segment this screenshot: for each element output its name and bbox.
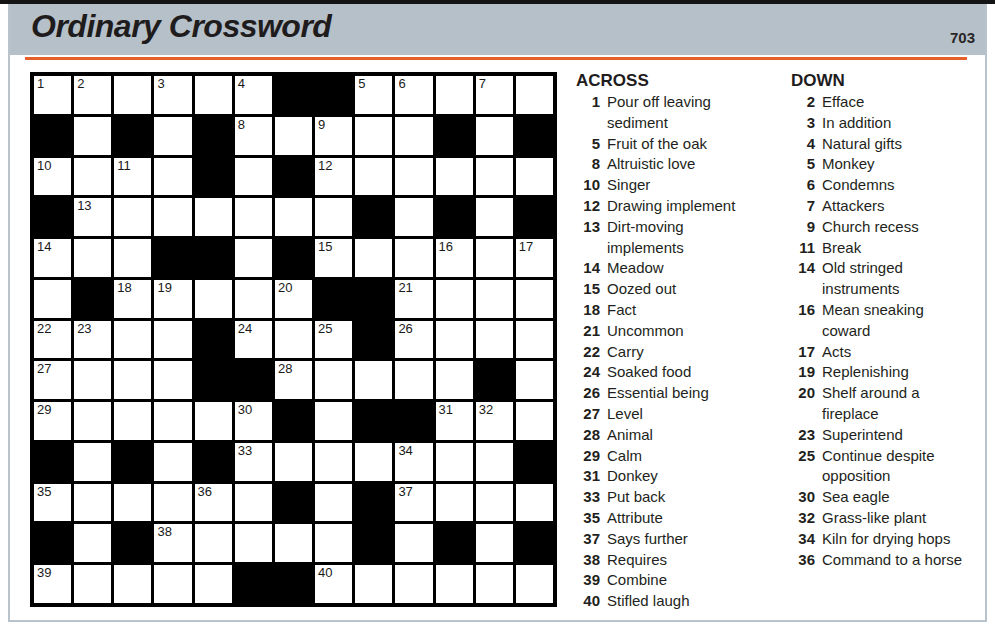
across-clue: 22Carry <box>576 342 781 363</box>
grid-cell[interactable] <box>476 321 513 359</box>
grid-cell[interactable]: 26 <box>395 321 432 359</box>
down-clue: 7Attackers <box>791 196 995 217</box>
grid-cell[interactable] <box>154 565 191 603</box>
grid-cell[interactable] <box>476 524 513 562</box>
clue-text: Fact <box>607 300 759 321</box>
across-heading: ACROSS <box>576 70 781 91</box>
grid-cell[interactable]: 5 <box>355 76 392 114</box>
cell-number: 18 <box>117 281 131 295</box>
grid-cell[interactable] <box>516 565 553 603</box>
grid-cell[interactable]: 3 <box>154 76 191 114</box>
grid-cell[interactable]: 11 <box>114 158 151 196</box>
grid-cell[interactable] <box>395 239 432 277</box>
across-clue: 10Singer <box>576 175 781 196</box>
black-cell <box>436 524 473 562</box>
grid-cell[interactable] <box>235 158 272 196</box>
clue-text: Stifled laugh <box>607 591 759 612</box>
clue-text: Efface <box>822 92 974 113</box>
cell-number: 16 <box>439 240 453 254</box>
grid-cell[interactable]: 34 <box>395 443 432 481</box>
grid-cell[interactable] <box>195 280 232 318</box>
cell-number: 17 <box>519 240 533 254</box>
clue-text: Grass-like plant <box>822 508 974 529</box>
across-clue: 28Animal <box>576 425 781 446</box>
across-clue: 39Combine <box>576 570 781 591</box>
clue-number: 1 <box>576 92 600 113</box>
grid-cell[interactable] <box>235 239 272 277</box>
clue-text: Dirt-moving implements <box>607 217 759 259</box>
black-cell <box>516 524 553 562</box>
clue-text: Pour off leaving sediment <box>607 92 759 134</box>
down-clue: 2Efface <box>791 92 995 113</box>
across-clue: 31Donkey <box>576 466 781 487</box>
grid-cell[interactable]: 8 <box>235 117 272 155</box>
grid-cell[interactable]: 17 <box>516 239 553 277</box>
clue-text: Donkey <box>607 466 759 487</box>
grid-cell[interactable] <box>154 321 191 359</box>
grid-cell[interactable]: 22 <box>34 321 71 359</box>
grid-cell[interactable] <box>395 198 432 236</box>
grid-cell[interactable] <box>154 402 191 440</box>
cell-number: 4 <box>238 77 245 91</box>
grid-cell[interactable]: 14 <box>34 239 71 277</box>
cell-number: 26 <box>398 322 412 336</box>
clue-text: Replenishing <box>822 362 974 383</box>
clue-number: 12 <box>576 196 600 217</box>
across-clue: 14Meadow <box>576 258 781 279</box>
clue-text: Meadow <box>607 258 759 279</box>
black-cell <box>476 361 513 399</box>
grid-cell[interactable] <box>275 198 312 236</box>
black-cell <box>355 280 392 318</box>
down-clues: 2Efface3In addition4Natural gifts5Monkey… <box>791 92 995 570</box>
down-clue-list: DOWN 2Efface3In addition4Natural gifts5M… <box>791 70 995 570</box>
grid-cell[interactable]: 16 <box>436 239 473 277</box>
grid-cell[interactable] <box>516 361 553 399</box>
cell-number: 21 <box>398 281 412 295</box>
grid-cell[interactable] <box>436 565 473 603</box>
clue-text: Essential being <box>607 383 759 404</box>
black-cell <box>235 361 272 399</box>
cell-number: 39 <box>37 566 51 580</box>
down-clue: 17Acts <box>791 342 995 363</box>
cell-number: 28 <box>278 362 292 376</box>
cell-number: 23 <box>77 322 91 336</box>
grid-cell[interactable]: 31 <box>436 402 473 440</box>
black-cell <box>516 198 553 236</box>
grid-cell[interactable]: 7 <box>476 76 513 114</box>
clue-text: Put back <box>607 487 759 508</box>
clue-number: 27 <box>576 404 600 425</box>
across-clue: 5Fruit of the oak <box>576 134 781 155</box>
grid-cell[interactable]: 2 <box>74 76 111 114</box>
clue-text: Level <box>607 404 759 425</box>
black-cell <box>355 402 392 440</box>
grid-cell[interactable] <box>275 117 312 155</box>
grid-cell[interactable] <box>154 361 191 399</box>
clue-number: 3 <box>791 113 815 134</box>
clue-number: 35 <box>576 508 600 529</box>
clue-number: 25 <box>791 446 815 467</box>
clue-number: 8 <box>576 154 600 175</box>
grid-cell[interactable] <box>436 321 473 359</box>
grid-cell[interactable] <box>114 321 151 359</box>
cell-number: 15 <box>318 240 332 254</box>
grid-cell[interactable] <box>476 280 513 318</box>
cell-number: 38 <box>157 525 171 539</box>
clue-text: Continue despite opposition <box>822 446 974 488</box>
down-clue: 3In addition <box>791 113 995 134</box>
clue-text: Old stringed instruments <box>822 258 974 300</box>
clue-number: 31 <box>576 466 600 487</box>
clue-number: 5 <box>791 154 815 175</box>
grid-cell[interactable] <box>195 76 232 114</box>
grid-cell[interactable]: 20 <box>275 280 312 318</box>
cell-number: 40 <box>318 566 332 580</box>
clue-text: Animal <box>607 425 759 446</box>
clue-text: Acts <box>822 342 974 363</box>
clue-text: Mean sneaking coward <box>822 300 974 342</box>
clue-number: 15 <box>576 279 600 300</box>
grid-cell[interactable] <box>436 361 473 399</box>
clue-text: Attribute <box>607 508 759 529</box>
grid-cell[interactable]: 37 <box>395 484 432 522</box>
grid-cell[interactable]: 25 <box>315 321 352 359</box>
clue-text: Kiln for drying hops <box>822 529 974 550</box>
grid-cell[interactable] <box>355 117 392 155</box>
clue-text: Combine <box>607 570 759 591</box>
grid-cell[interactable] <box>235 524 272 562</box>
grid-cell[interactable] <box>476 117 513 155</box>
grid-cell[interactable] <box>476 565 513 603</box>
grid-cell[interactable] <box>74 239 111 277</box>
grid-cell[interactable] <box>154 198 191 236</box>
clue-number: 7 <box>791 196 815 217</box>
down-clue: 36Command to a horse <box>791 550 995 571</box>
cell-number: 27 <box>37 362 51 376</box>
black-cell <box>74 280 111 318</box>
grid-cell[interactable]: 10 <box>34 158 71 196</box>
grid-cell[interactable] <box>436 158 473 196</box>
cell-number: 22 <box>37 322 51 336</box>
grid-cell[interactable] <box>395 117 432 155</box>
grid-cell[interactable] <box>275 524 312 562</box>
across-clue: 33Put back <box>576 487 781 508</box>
grid-cell[interactable] <box>74 484 111 522</box>
down-clue: 14Old stringed instruments <box>791 258 995 300</box>
grid-cell[interactable] <box>476 239 513 277</box>
cell-number: 37 <box>398 485 412 499</box>
clue-text: Monkey <box>822 154 974 175</box>
black-cell <box>315 76 352 114</box>
across-clue: 13Dirt-moving implements <box>576 217 781 259</box>
black-cell <box>275 402 312 440</box>
grid-cell[interactable] <box>74 361 111 399</box>
grid-cell[interactable] <box>315 443 352 481</box>
clue-text: Natural gifts <box>822 134 974 155</box>
grid-cell[interactable]: 40 <box>315 565 352 603</box>
clue-number: 21 <box>576 321 600 342</box>
grid-cell[interactable]: 21 <box>395 280 432 318</box>
cell-number: 20 <box>278 281 292 295</box>
grid-cell[interactable]: 15 <box>315 239 352 277</box>
black-cell <box>275 239 312 277</box>
down-clue: 4Natural gifts <box>791 134 995 155</box>
black-cell <box>34 117 71 155</box>
grid-cell[interactable]: 27 <box>34 361 71 399</box>
across-clue: 27Level <box>576 404 781 425</box>
cell-number: 11 <box>117 159 131 173</box>
grid-cell[interactable] <box>315 402 352 440</box>
grid-cell[interactable]: 29 <box>34 402 71 440</box>
grid-cell[interactable]: 33 <box>235 443 272 481</box>
clue-number: 28 <box>576 425 600 446</box>
cell-number: 30 <box>238 403 252 417</box>
grid-cell[interactable]: 12 <box>315 158 352 196</box>
black-cell <box>114 117 151 155</box>
grid-cell[interactable] <box>436 443 473 481</box>
cell-number: 25 <box>318 322 332 336</box>
clue-number: 26 <box>576 383 600 404</box>
grid-cell[interactable]: 13 <box>74 198 111 236</box>
grid-cell[interactable] <box>355 565 392 603</box>
grid-cell[interactable] <box>74 402 111 440</box>
cell-number: 10 <box>37 159 51 173</box>
across-clue: 37Says further <box>576 529 781 550</box>
down-clue: 34Kiln for drying hops <box>791 529 995 550</box>
cell-number: 31 <box>439 403 453 417</box>
down-heading: DOWN <box>791 70 995 91</box>
black-cell <box>114 524 151 562</box>
black-cell <box>355 484 392 522</box>
across-clue: 12Drawing implement <box>576 196 781 217</box>
grid-cell[interactable] <box>476 198 513 236</box>
down-clue: 6Condemns <box>791 175 995 196</box>
down-clue: 16Mean sneaking coward <box>791 300 995 342</box>
grid-cell[interactable]: 28 <box>275 361 312 399</box>
clue-text: Uncommon <box>607 321 759 342</box>
black-cell <box>436 117 473 155</box>
grid-cell[interactable] <box>74 158 111 196</box>
cell-number: 33 <box>238 444 252 458</box>
across-clue: 40Stifled laugh <box>576 591 781 612</box>
clue-number: 40 <box>576 591 600 612</box>
grid-cell[interactable] <box>395 361 432 399</box>
across-clue: 21Uncommon <box>576 321 781 342</box>
grid-cell[interactable]: 36 <box>195 484 232 522</box>
grid-cell[interactable] <box>195 565 232 603</box>
grid-cell[interactable] <box>235 280 272 318</box>
grid-cell[interactable] <box>275 321 312 359</box>
clue-number: 34 <box>791 529 815 550</box>
cell-number: 2 <box>77 77 84 91</box>
grid-cell[interactable] <box>355 361 392 399</box>
across-clues: 1Pour off leaving sediment5Fruit of the … <box>576 92 781 612</box>
across-clue: 18Fact <box>576 300 781 321</box>
black-cell <box>275 565 312 603</box>
clue-text: Superintend <box>822 425 974 446</box>
grid-cell[interactable] <box>355 158 392 196</box>
clue-text: Sea eagle <box>822 487 974 508</box>
clue-number: 20 <box>791 383 815 404</box>
grid-cell[interactable] <box>154 484 191 522</box>
cell-number: 24 <box>238 322 252 336</box>
down-clue: 32Grass-like plant <box>791 508 995 529</box>
clue-number: 4 <box>791 134 815 155</box>
clue-number: 18 <box>576 300 600 321</box>
black-cell <box>195 321 232 359</box>
grid-cell[interactable] <box>114 402 151 440</box>
down-clue: 19Replenishing <box>791 362 995 383</box>
grid-cell[interactable] <box>235 484 272 522</box>
grid-cell[interactable] <box>395 565 432 603</box>
cell-number: 13 <box>77 199 91 213</box>
cell-number: 35 <box>37 485 51 499</box>
grid-cell[interactable]: 32 <box>476 402 513 440</box>
grid-cell[interactable] <box>315 198 352 236</box>
clue-number: 17 <box>791 342 815 363</box>
grid-cell[interactable] <box>74 443 111 481</box>
grid-cell[interactable] <box>195 524 232 562</box>
header-rule <box>25 57 967 60</box>
black-cell <box>275 76 312 114</box>
grid-cell[interactable] <box>114 484 151 522</box>
grid-cell[interactable] <box>114 76 151 114</box>
grid-cell[interactable] <box>516 280 553 318</box>
grid-cell[interactable] <box>476 484 513 522</box>
grid-cell[interactable] <box>516 158 553 196</box>
black-cell <box>355 321 392 359</box>
clue-number: 38 <box>576 550 600 571</box>
clue-number: 22 <box>576 342 600 363</box>
grid-cell[interactable]: 39 <box>34 565 71 603</box>
black-cell <box>195 443 232 481</box>
across-clue: 35Attribute <box>576 508 781 529</box>
grid-cell[interactable] <box>154 117 191 155</box>
clue-number: 10 <box>576 175 600 196</box>
clue-text: Fruit of the oak <box>607 134 759 155</box>
black-cell <box>436 198 473 236</box>
down-clue: 5Monkey <box>791 154 995 175</box>
black-cell <box>315 280 352 318</box>
grid-cell[interactable]: 24 <box>235 321 272 359</box>
grid-cell[interactable]: 30 <box>235 402 272 440</box>
clue-text: Carry <box>607 342 759 363</box>
down-clue: 9Church recess <box>791 217 995 238</box>
grid-cell[interactable] <box>355 443 392 481</box>
grid-cell[interactable] <box>195 198 232 236</box>
clue-number: 23 <box>791 425 815 446</box>
grid-cell[interactable] <box>235 198 272 236</box>
cell-number: 36 <box>198 485 212 499</box>
grid-cell[interactable]: 1 <box>34 76 71 114</box>
clue-text: In addition <box>822 113 974 134</box>
page-title: Ordinary Crossword <box>31 8 331 45</box>
clue-text: Singer <box>607 175 759 196</box>
cell-number: 7 <box>479 77 486 91</box>
grid-cell[interactable] <box>315 484 352 522</box>
grid-cell[interactable] <box>395 524 432 562</box>
across-clue: 26Essential being <box>576 383 781 404</box>
clue-number: 30 <box>791 487 815 508</box>
clue-number: 19 <box>791 362 815 383</box>
grid-cell[interactable] <box>34 280 71 318</box>
black-cell <box>395 402 432 440</box>
black-cell <box>275 158 312 196</box>
cell-number: 29 <box>37 403 51 417</box>
grid-cell[interactable] <box>315 524 352 562</box>
grid-cell[interactable] <box>114 361 151 399</box>
grid-cell[interactable] <box>74 117 111 155</box>
grid-cell[interactable] <box>516 402 553 440</box>
clue-text: Shelf around a fireplace <box>822 383 974 425</box>
black-cell <box>34 443 71 481</box>
across-clue: 29Calm <box>576 446 781 467</box>
clue-number: 14 <box>791 258 815 279</box>
black-cell <box>195 361 232 399</box>
grid-cell[interactable] <box>195 402 232 440</box>
grid-cell[interactable] <box>154 158 191 196</box>
grid-cell[interactable] <box>74 524 111 562</box>
grid-cell[interactable] <box>154 443 191 481</box>
grid-cell[interactable] <box>476 158 513 196</box>
grid-cell[interactable] <box>114 239 151 277</box>
clue-text: Requires <box>607 550 759 571</box>
grid-cell[interactable]: 35 <box>34 484 71 522</box>
grid-cell[interactable] <box>436 76 473 114</box>
black-cell <box>355 198 392 236</box>
grid-cell[interactable]: 23 <box>74 321 111 359</box>
clue-number: 2 <box>791 92 815 113</box>
cell-number: 5 <box>358 77 365 91</box>
black-cell <box>195 158 232 196</box>
grid-cell[interactable]: 19 <box>154 280 191 318</box>
black-cell <box>516 443 553 481</box>
clue-text: Attackers <box>822 196 974 217</box>
grid-cell[interactable]: 4 <box>235 76 272 114</box>
grid-cell[interactable] <box>275 443 312 481</box>
grid-cell[interactable]: 18 <box>114 280 151 318</box>
puzzle-number: 703 <box>950 29 975 46</box>
grid-cell[interactable] <box>436 280 473 318</box>
grid-cell[interactable] <box>516 76 553 114</box>
clue-text: Calm <box>607 446 759 467</box>
cell-number: 1 <box>37 77 44 91</box>
clue-number: 13 <box>576 217 600 238</box>
grid-cell[interactable] <box>516 321 553 359</box>
crossword-grid: 1234567891011121314151617181920212223242… <box>30 72 557 607</box>
black-cell <box>154 239 191 277</box>
black-cell <box>34 524 71 562</box>
grid-cell[interactable] <box>315 361 352 399</box>
grid-cell[interactable] <box>114 565 151 603</box>
grid-cell[interactable] <box>74 565 111 603</box>
grid-cell[interactable] <box>395 158 432 196</box>
clue-number: 16 <box>791 300 815 321</box>
grid-cell[interactable] <box>476 443 513 481</box>
black-cell <box>195 239 232 277</box>
grid-cell[interactable] <box>114 198 151 236</box>
clue-number: 24 <box>576 362 600 383</box>
grid-cell[interactable]: 6 <box>395 76 432 114</box>
grid-cell[interactable] <box>516 484 553 522</box>
clue-number: 14 <box>576 258 600 279</box>
black-cell <box>114 443 151 481</box>
grid-cell[interactable]: 9 <box>315 117 352 155</box>
grid-cell[interactable] <box>355 239 392 277</box>
grid-cell[interactable] <box>436 484 473 522</box>
grid-cell[interactable]: 38 <box>154 524 191 562</box>
